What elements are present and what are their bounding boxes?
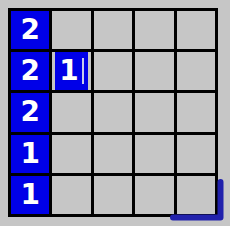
cell-r3c2[interactable] <box>94 135 132 173</box>
clue-digit: 2 <box>20 98 39 126</box>
puzzle-board: 221211 <box>8 8 218 217</box>
clue-digit: 2 <box>20 16 39 44</box>
cell-r0c4[interactable] <box>177 11 215 49</box>
cell-r2c2[interactable] <box>94 93 132 131</box>
clue-digit: 2 <box>20 57 39 85</box>
cell-r1c3[interactable] <box>135 52 173 90</box>
cell-r0c3[interactable] <box>135 11 173 49</box>
cell-r2c0: 2 <box>11 93 49 131</box>
cell-r4c2[interactable] <box>94 176 132 214</box>
cell-r1c1[interactable]: 1 <box>52 52 90 90</box>
cell-r4c1[interactable] <box>52 176 90 214</box>
cell-r0c2[interactable] <box>94 11 132 49</box>
entry-digit: 1 <box>59 57 78 85</box>
text-caret <box>82 58 84 84</box>
active-entry-box[interactable]: 1 <box>55 52 88 90</box>
cell-r4c0: 1 <box>11 176 49 214</box>
cell-r3c4[interactable] <box>177 135 215 173</box>
cell-r2c3[interactable] <box>135 93 173 131</box>
cell-r0c1[interactable] <box>52 11 90 49</box>
puzzle-screen: 221211 <box>0 0 230 226</box>
clue-digit: 1 <box>20 140 39 168</box>
cell-r2c1[interactable] <box>52 93 90 131</box>
cell-r1c4[interactable] <box>177 52 215 90</box>
cell-r1c2[interactable] <box>94 52 132 90</box>
cell-r3c0: 1 <box>11 135 49 173</box>
cell-r4c3[interactable] <box>135 176 173 214</box>
cell-r4c4[interactable] <box>177 176 215 214</box>
cell-r3c3[interactable] <box>135 135 173 173</box>
cell-r2c4[interactable] <box>177 93 215 131</box>
cell-r3c1[interactable] <box>52 135 90 173</box>
clue-digit: 1 <box>20 181 39 209</box>
cell-r0c0: 2 <box>11 11 49 49</box>
cell-r1c0: 2 <box>11 52 49 90</box>
